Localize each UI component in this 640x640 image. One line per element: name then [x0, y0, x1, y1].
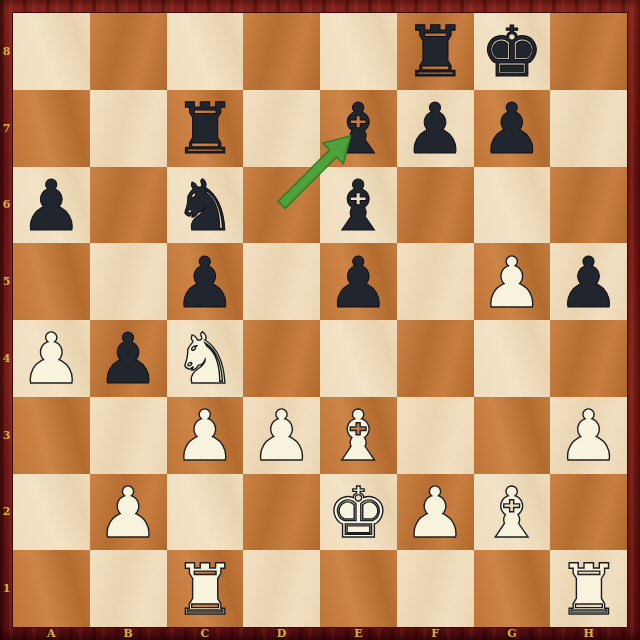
square-d4[interactable]	[243, 320, 320, 397]
square-f1[interactable]	[397, 550, 474, 627]
rank-label-1: 1	[0, 550, 13, 627]
square-h1[interactable]: ♜	[550, 550, 627, 627]
square-h3[interactable]: ♟	[550, 397, 627, 474]
rank-labels: 87654321	[0, 13, 13, 627]
rank-label-7: 7	[0, 90, 13, 167]
black-knight-c6[interactable]: ♞	[173, 171, 236, 241]
square-e5[interactable]: ♟	[320, 243, 397, 320]
square-b4[interactable]: ♟	[90, 320, 167, 397]
square-g5[interactable]: ♟	[474, 243, 551, 320]
file-label-b: B	[90, 627, 167, 640]
square-a8[interactable]	[13, 13, 90, 90]
square-f6[interactable]	[397, 167, 474, 244]
square-a6[interactable]: ♟	[13, 167, 90, 244]
black-rook-c7[interactable]: ♜	[173, 94, 236, 164]
square-c7[interactable]: ♜	[167, 90, 244, 167]
white-rook-h1[interactable]: ♜	[557, 555, 620, 625]
square-c4[interactable]: ♞	[167, 320, 244, 397]
square-b3[interactable]	[90, 397, 167, 474]
white-pawn-h3[interactable]: ♟	[557, 401, 620, 471]
black-pawn-a6[interactable]: ♟	[20, 171, 83, 241]
square-f3[interactable]	[397, 397, 474, 474]
square-e7[interactable]: ♝	[320, 90, 397, 167]
square-b7[interactable]	[90, 90, 167, 167]
black-pawn-g7[interactable]: ♟	[480, 94, 543, 164]
rank-label-8: 8	[0, 13, 13, 90]
square-e3[interactable]: ♝	[320, 397, 397, 474]
square-g2[interactable]: ♝	[474, 474, 551, 551]
file-label-d: D	[243, 627, 320, 640]
square-c8[interactable]	[167, 13, 244, 90]
square-a2[interactable]	[13, 474, 90, 551]
file-label-c: C	[167, 627, 244, 640]
square-c5[interactable]: ♟	[167, 243, 244, 320]
file-label-h: H	[550, 627, 627, 640]
white-pawn-a4[interactable]: ♟	[20, 324, 83, 394]
square-e4[interactable]	[320, 320, 397, 397]
square-g1[interactable]	[474, 550, 551, 627]
chessboard-frame: ♜♚♜♝♟♟♟♞♝♟♟♟♟♟♟♞♟♟♝♟♟♚♟♝♜♜ 87654321 ABCD…	[0, 0, 640, 640]
square-e6[interactable]: ♝	[320, 167, 397, 244]
square-h8[interactable]	[550, 13, 627, 90]
square-g3[interactable]	[474, 397, 551, 474]
black-bishop-e6[interactable]: ♝	[327, 171, 390, 241]
square-d5[interactable]	[243, 243, 320, 320]
chessboard: ♜♚♜♝♟♟♟♞♝♟♟♟♟♟♟♞♟♟♝♟♟♚♟♝♜♜	[13, 13, 627, 627]
file-label-f: F	[397, 627, 474, 640]
file-label-g: G	[474, 627, 551, 640]
square-h7[interactable]	[550, 90, 627, 167]
white-pawn-f2[interactable]: ♟	[404, 478, 467, 548]
black-king-g8[interactable]: ♚	[480, 17, 543, 87]
square-a4[interactable]: ♟	[13, 320, 90, 397]
square-b2[interactable]: ♟	[90, 474, 167, 551]
rank-label-4: 4	[0, 320, 13, 397]
white-pawn-c3[interactable]: ♟	[173, 401, 236, 471]
square-d1[interactable]	[243, 550, 320, 627]
square-h6[interactable]	[550, 167, 627, 244]
square-d8[interactable]	[243, 13, 320, 90]
square-h4[interactable]	[550, 320, 627, 397]
rank-label-2: 2	[0, 474, 13, 551]
square-f5[interactable]	[397, 243, 474, 320]
black-rook-f8[interactable]: ♜	[404, 17, 467, 87]
square-e2[interactable]: ♚	[320, 474, 397, 551]
square-a5[interactable]	[13, 243, 90, 320]
square-g8[interactable]: ♚	[474, 13, 551, 90]
square-e8[interactable]	[320, 13, 397, 90]
square-a7[interactable]	[13, 90, 90, 167]
black-bishop-e7[interactable]: ♝	[327, 94, 390, 164]
square-b1[interactable]	[90, 550, 167, 627]
white-bishop-e3[interactable]: ♝	[327, 401, 390, 471]
rank-label-5: 5	[0, 243, 13, 320]
square-d7[interactable]	[243, 90, 320, 167]
white-pawn-d3[interactable]: ♟	[250, 401, 313, 471]
square-b6[interactable]	[90, 167, 167, 244]
black-pawn-e5[interactable]: ♟	[327, 248, 390, 318]
file-label-a: A	[13, 627, 90, 640]
rank-label-3: 3	[0, 397, 13, 474]
black-pawn-h5[interactable]: ♟	[557, 248, 620, 318]
white-rook-c1[interactable]: ♜	[173, 555, 236, 625]
file-label-e: E	[320, 627, 397, 640]
square-h2[interactable]	[550, 474, 627, 551]
white-knight-c4[interactable]: ♞	[173, 324, 236, 394]
square-d3[interactable]: ♟	[243, 397, 320, 474]
square-c2[interactable]	[167, 474, 244, 551]
black-pawn-b4[interactable]: ♟	[97, 324, 160, 394]
square-b5[interactable]	[90, 243, 167, 320]
white-pawn-g5[interactable]: ♟	[480, 248, 543, 318]
square-f4[interactable]	[397, 320, 474, 397]
square-a3[interactable]	[13, 397, 90, 474]
black-pawn-f7[interactable]: ♟	[404, 94, 467, 164]
square-c6[interactable]: ♞	[167, 167, 244, 244]
white-pawn-b2[interactable]: ♟	[97, 478, 160, 548]
square-g6[interactable]	[474, 167, 551, 244]
file-labels: ABCDEFGH	[13, 627, 627, 640]
square-f7[interactable]: ♟	[397, 90, 474, 167]
square-c3[interactable]: ♟	[167, 397, 244, 474]
square-h5[interactable]: ♟	[550, 243, 627, 320]
square-f8[interactable]: ♜	[397, 13, 474, 90]
square-f2[interactable]: ♟	[397, 474, 474, 551]
square-c1[interactable]: ♜	[167, 550, 244, 627]
white-bishop-g2[interactable]: ♝	[480, 478, 543, 548]
white-king-e2[interactable]: ♚	[327, 478, 390, 548]
square-g4[interactable]	[474, 320, 551, 397]
square-d6[interactable]	[243, 167, 320, 244]
square-d2[interactable]	[243, 474, 320, 551]
square-g7[interactable]: ♟	[474, 90, 551, 167]
square-a1[interactable]	[13, 550, 90, 627]
square-b8[interactable]	[90, 13, 167, 90]
square-e1[interactable]	[320, 550, 397, 627]
rank-label-6: 6	[0, 167, 13, 244]
black-pawn-c5[interactable]: ♟	[173, 248, 236, 318]
